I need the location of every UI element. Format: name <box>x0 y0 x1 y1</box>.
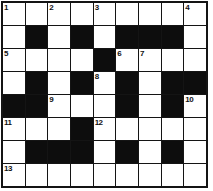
cell-r3-c1[interactable]: 5 <box>3 49 25 71</box>
cell-r4-c5[interactable]: 8 <box>94 72 116 94</box>
block-cell-r7-c2 <box>26 141 48 163</box>
cell-r3-c3[interactable] <box>48 49 70 71</box>
cell-r1-c7[interactable] <box>139 3 161 25</box>
cell-r8-c6[interactable] <box>116 164 138 186</box>
cell-r8-c4[interactable] <box>71 164 93 186</box>
cell-r7-c1[interactable] <box>3 141 25 163</box>
cell-r8-c9[interactable] <box>184 164 206 186</box>
clue-number-2: 2 <box>49 3 53 12</box>
cell-r7-c7[interactable] <box>139 141 161 163</box>
cell-r1-c5[interactable]: 3 <box>94 3 116 25</box>
cell-r1-c8[interactable] <box>162 3 184 25</box>
block-cell-r5-c8 <box>162 95 184 117</box>
cell-r8-c7[interactable] <box>139 164 161 186</box>
block-cell-r2-c2 <box>26 26 48 48</box>
block-cell-r4-c8 <box>162 72 184 94</box>
cell-r5-c7[interactable] <box>139 95 161 117</box>
cell-r2-c3[interactable] <box>48 26 70 48</box>
block-cell-r4-c6 <box>116 72 138 94</box>
cell-r6-c6[interactable] <box>116 118 138 140</box>
block-cell-r4-c9 <box>184 72 206 94</box>
cell-r3-c6[interactable]: 6 <box>116 49 138 71</box>
block-cell-r2-c7 <box>139 26 161 48</box>
cell-r6-c5[interactable]: 12 <box>94 118 116 140</box>
clue-number-10: 10 <box>185 95 193 104</box>
crossword-page: 12345678910111213 <box>0 0 213 191</box>
cell-r7-c5[interactable] <box>94 141 116 163</box>
block-cell-r6-c4 <box>71 118 93 140</box>
block-cell-r4-c4 <box>71 72 93 94</box>
cell-r6-c2[interactable] <box>26 118 48 140</box>
cell-r1-c1[interactable]: 1 <box>3 3 25 25</box>
cell-r6-c8[interactable] <box>162 118 184 140</box>
cell-r3-c7[interactable]: 7 <box>139 49 161 71</box>
cell-r5-c5[interactable] <box>94 95 116 117</box>
clue-number-6: 6 <box>117 49 121 58</box>
block-cell-r5-c1 <box>3 95 25 117</box>
block-cell-r7-c3 <box>48 141 70 163</box>
cell-r3-c9[interactable] <box>184 49 206 71</box>
cell-r5-c3[interactable]: 9 <box>48 95 70 117</box>
cell-r2-c9[interactable] <box>184 26 206 48</box>
cell-r1-c3[interactable]: 2 <box>48 3 70 25</box>
clue-number-7: 7 <box>140 49 144 58</box>
clue-number-5: 5 <box>4 49 8 58</box>
cell-r6-c9[interactable] <box>184 118 206 140</box>
cell-r6-c1[interactable]: 11 <box>3 118 25 140</box>
cell-r8-c8[interactable] <box>162 164 184 186</box>
crossword-board: 12345678910111213 <box>1 1 208 188</box>
cell-r4-c3[interactable] <box>48 72 70 94</box>
clue-number-11: 11 <box>4 118 11 127</box>
cell-r5-c9[interactable]: 10 <box>184 95 206 117</box>
cell-r1-c2[interactable] <box>26 3 48 25</box>
block-cell-r7-c4 <box>71 141 93 163</box>
cell-r6-c3[interactable] <box>48 118 70 140</box>
cell-r2-c5[interactable] <box>94 26 116 48</box>
cell-r3-c8[interactable] <box>162 49 184 71</box>
cell-r1-c6[interactable] <box>116 3 138 25</box>
cell-r8-c3[interactable] <box>48 164 70 186</box>
cell-r8-c5[interactable] <box>94 164 116 186</box>
cell-r1-c4[interactable] <box>71 3 93 25</box>
clue-number-13: 13 <box>4 164 12 173</box>
clue-number-1: 1 <box>4 3 8 12</box>
cell-r1-c9[interactable]: 4 <box>184 3 206 25</box>
clue-number-9: 9 <box>49 95 53 104</box>
cell-r3-c4[interactable] <box>71 49 93 71</box>
block-cell-r5-c2 <box>26 95 48 117</box>
block-cell-r7-c8 <box>162 141 184 163</box>
block-cell-r2-c8 <box>162 26 184 48</box>
block-cell-r5-c6 <box>116 95 138 117</box>
block-cell-r2-c6 <box>116 26 138 48</box>
clue-number-3: 3 <box>95 3 99 12</box>
block-cell-r7-c6 <box>116 141 138 163</box>
clue-number-12: 12 <box>95 118 103 127</box>
block-cell-r4-c2 <box>26 72 48 94</box>
cell-r7-c9[interactable] <box>184 141 206 163</box>
cell-r2-c1[interactable] <box>3 26 25 48</box>
cell-r8-c1[interactable]: 13 <box>3 164 25 186</box>
cell-r4-c7[interactable] <box>139 72 161 94</box>
clue-number-4: 4 <box>185 3 189 12</box>
cell-r8-c2[interactable] <box>26 164 48 186</box>
block-cell-r2-c4 <box>71 26 93 48</box>
cell-r3-c2[interactable] <box>26 49 48 71</box>
cell-r4-c1[interactable] <box>3 72 25 94</box>
block-cell-r3-c5 <box>94 49 116 71</box>
cell-r6-c7[interactable] <box>139 118 161 140</box>
cell-r5-c4[interactable] <box>71 95 93 117</box>
clue-number-8: 8 <box>95 72 99 81</box>
